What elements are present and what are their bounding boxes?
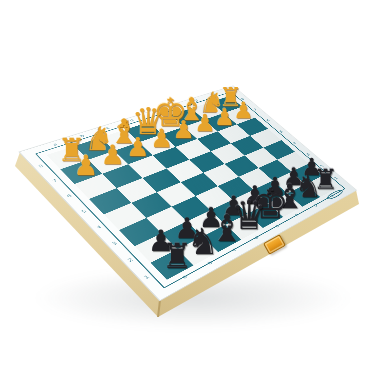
rank-label-left: 2 xyxy=(127,258,134,263)
rank-label-left: 6 xyxy=(66,194,73,199)
rank-label-left: 4 xyxy=(96,225,103,230)
file-label-b-near: b xyxy=(207,260,214,265)
rank-label-left: 1 xyxy=(143,275,150,281)
file-label-f-far: f xyxy=(174,105,178,108)
rank-label-left: 7 xyxy=(52,179,59,184)
board-grid xyxy=(47,96,338,280)
rank-label-left: 5 xyxy=(81,209,88,214)
chess-board: aabbccddeeffgghh8877665544332211 xyxy=(20,86,356,300)
rank-label-left: 8 xyxy=(38,164,45,168)
chess-set-photo: aabbccddeeffgghh8877665544332211 ♜♞♝♛♚♝♞… xyxy=(0,0,375,375)
file-label-g-near: g xyxy=(313,203,319,207)
rank-label-left: 3 xyxy=(111,241,118,246)
